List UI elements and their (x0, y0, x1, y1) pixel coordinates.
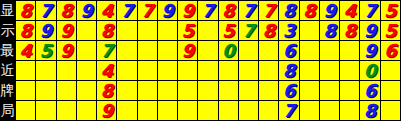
empty-cell (219, 81, 238, 100)
round-number-cell: 7 (239, 1, 258, 20)
round-number-cell: 9 (97, 101, 116, 120)
empty-cell (36, 101, 55, 120)
empty-cell (198, 101, 217, 120)
round-number-cell: 4 (16, 41, 35, 60)
empty-cell (158, 81, 177, 100)
board-title-char: 最 (0, 41, 15, 60)
board-title-char: 近 (0, 61, 15, 80)
round-number-cell: 8 (16, 1, 35, 20)
round-number-cell: 7 (97, 41, 116, 60)
empty-cell (57, 101, 76, 120)
round-number-cell: 9 (36, 21, 55, 40)
round-number-cell: 9 (57, 41, 76, 60)
empty-cell (320, 41, 339, 60)
empty-cell (381, 61, 400, 80)
round-number-cell: 0 (360, 61, 379, 80)
round-number-cell: 5 (219, 21, 238, 40)
empty-cell (219, 101, 238, 120)
empty-cell (300, 81, 319, 100)
empty-cell (239, 101, 258, 120)
round-number-cell: 9 (178, 41, 197, 60)
round-number-cell: 8 (340, 21, 359, 40)
empty-cell (158, 41, 177, 60)
round-number-cell: 8 (97, 21, 116, 40)
empty-cell (178, 61, 197, 80)
round-number-cell: 7 (360, 1, 379, 20)
round-number-cell: 8 (300, 1, 319, 20)
round-number-cell: 9 (77, 1, 96, 20)
empty-cell (158, 21, 177, 40)
round-number-cell: 8 (16, 21, 35, 40)
empty-cell (239, 41, 258, 60)
empty-cell (178, 101, 197, 120)
empty-cell (239, 81, 258, 100)
round-number-cell: 6 (360, 81, 379, 100)
empty-cell (16, 101, 35, 120)
round-number-cell: 8 (259, 21, 278, 40)
empty-cell (138, 81, 157, 100)
empty-cell (300, 101, 319, 120)
round-number-cell: 8 (97, 81, 116, 100)
round-number-cell: 8 (279, 61, 298, 80)
round-number-cell: 5 (36, 41, 55, 60)
round-number-cell: 8 (320, 21, 339, 40)
empty-cell (138, 101, 157, 120)
empty-cell (320, 61, 339, 80)
empty-cell (117, 21, 136, 40)
round-number-cell: 7 (36, 1, 55, 20)
empty-cell (300, 61, 319, 80)
empty-cell (320, 81, 339, 100)
empty-cell (16, 81, 35, 100)
empty-cell (57, 81, 76, 100)
round-number-cell: 5 (381, 1, 400, 20)
board-title-char: 示 (0, 21, 15, 40)
empty-cell (259, 101, 278, 120)
empty-cell (178, 81, 197, 100)
empty-cell (138, 41, 157, 60)
round-number-cell: 6 (279, 81, 298, 100)
round-number-cell: 0 (219, 41, 238, 60)
round-number-cell: 8 (360, 101, 379, 120)
empty-cell (259, 61, 278, 80)
round-number-cell: 7 (259, 1, 278, 20)
empty-cell (117, 41, 136, 60)
empty-cell (77, 41, 96, 60)
empty-cell (57, 61, 76, 80)
empty-cell (198, 61, 217, 80)
empty-cell (117, 101, 136, 120)
board-title-char: 显 (0, 1, 15, 20)
round-number-cell: 8 (57, 1, 76, 20)
empty-cell (381, 81, 400, 100)
round-number-cell: 9 (178, 1, 197, 20)
round-number-cell: 9 (360, 21, 379, 40)
empty-cell (16, 61, 35, 80)
empty-cell (219, 61, 238, 80)
empty-cell (117, 81, 136, 100)
empty-cell (36, 81, 55, 100)
round-number-cell: 6 (381, 41, 400, 60)
empty-cell (340, 81, 359, 100)
empty-cell (239, 61, 258, 80)
round-number-cell: 4 (97, 61, 116, 80)
round-number-cell: 7 (239, 21, 258, 40)
empty-cell (259, 81, 278, 100)
empty-cell (117, 61, 136, 80)
round-number-cell: 4 (97, 1, 116, 20)
empty-cell (158, 61, 177, 80)
empty-cell (320, 101, 339, 120)
empty-cell (198, 81, 217, 100)
empty-cell (158, 101, 177, 120)
empty-cell (77, 101, 96, 120)
round-number-cell: 9 (158, 1, 177, 20)
round-number-cell: 5 (381, 21, 400, 40)
round-number-cell: 4 (340, 1, 359, 20)
round-number-cell: 5 (178, 21, 197, 40)
empty-cell (259, 41, 278, 60)
empty-cell (300, 41, 319, 60)
empty-cell (300, 21, 319, 40)
empty-cell (77, 61, 96, 80)
round-number-cell: 8 (219, 1, 238, 20)
empty-cell (340, 41, 359, 60)
round-number-cell: 3 (279, 21, 298, 40)
round-number-cell: 9 (320, 1, 339, 20)
empty-cell (198, 21, 217, 40)
board-title-char: 牌 (0, 81, 15, 100)
round-number-cell: 7 (138, 1, 157, 20)
empty-cell (138, 21, 157, 40)
round-number-cell: 7 (117, 1, 136, 20)
empty-cell (36, 61, 55, 80)
round-number-cell: 9 (360, 41, 379, 60)
empty-cell (198, 41, 217, 60)
empty-cell (77, 21, 96, 40)
empty-cell (340, 101, 359, 120)
board-title-char: 局 (0, 101, 15, 120)
recent-rounds-board: 显 示 最 近 牌 局 8789477997877889475899855783… (0, 0, 401, 121)
empty-cell (381, 101, 400, 120)
round-number-cell: 7 (198, 1, 217, 20)
round-number-cell: 6 (279, 41, 298, 60)
round-number-cell: 9 (57, 21, 76, 40)
round-number-cell: 8 (279, 1, 298, 20)
empty-cell (77, 81, 96, 100)
empty-cell (138, 61, 157, 80)
empty-cell (340, 61, 359, 80)
round-number-cell: 7 (279, 101, 298, 120)
